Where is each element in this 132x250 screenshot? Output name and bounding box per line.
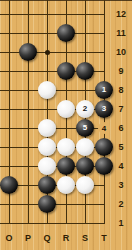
grid-line-row-12 (0, 14, 105, 15)
row-coordinate-label-5: 5 (108, 141, 132, 153)
stone-white-Q8 (38, 81, 56, 99)
stone-black-P10 (19, 43, 37, 61)
row-coordinate-label-6: 6 (108, 122, 132, 134)
move-number-label: 3 (102, 105, 106, 113)
stone-black-S4 (76, 157, 94, 175)
stone-black-Q2 (38, 195, 56, 213)
grid-line-col-P (28, 0, 29, 224)
row-coordinate-label-7: 7 (108, 103, 132, 115)
row-coordinate-label-3: 3 (108, 179, 132, 191)
stone-black-O3 (0, 176, 18, 194)
stone-white-S5 (76, 138, 94, 156)
row-coordinate-label-10: 10 (108, 46, 132, 58)
stone-white-R7 (57, 100, 75, 118)
column-coordinate-label-P: P (21, 232, 35, 244)
row-coordinate-label-2: 2 (108, 198, 132, 210)
stone-black-Q3 (38, 176, 56, 194)
stone-black-R4 (57, 157, 75, 175)
stone-white-Q5 (38, 138, 56, 156)
move-number-label: 1 (102, 86, 106, 94)
grid-line-row-10 (0, 52, 105, 53)
stone-black-S9 (76, 62, 94, 80)
grid-line-row-11 (0, 33, 105, 34)
row-coordinate-label-1: 1 (108, 217, 132, 229)
move-number-label: 2 (83, 105, 87, 113)
stone-white-S3 (76, 176, 94, 194)
stone-white-S7: 2 (76, 100, 94, 118)
stone-black-R9 (57, 62, 75, 80)
column-coordinate-label-T: T (97, 232, 111, 244)
row-coordinate-label-11: 11 (108, 27, 132, 39)
stone-white-R5 (57, 138, 75, 156)
row-coordinate-label-4: 4 (108, 160, 132, 172)
stone-black-S6: 5 (76, 119, 94, 137)
row-coordinate-label-9: 9 (108, 65, 132, 77)
column-coordinate-label-S: S (78, 232, 92, 244)
row-coordinate-label-12: 12 (108, 8, 132, 20)
star-point (45, 50, 50, 55)
stone-white-Q4 (38, 157, 56, 175)
stone-white-Q6 (38, 119, 56, 137)
stone-black-R11 (57, 24, 75, 42)
move-number-label: 5 (83, 124, 87, 132)
grid-line-row-1 (0, 223, 105, 224)
column-coordinate-label-R: R (59, 232, 73, 244)
column-coordinate-label-Q: Q (40, 232, 54, 244)
row-coordinate-label-8: 8 (108, 84, 132, 96)
stone-white-R3 (57, 176, 75, 194)
go-diagram: 12354121110987654321OPQRST (0, 0, 132, 250)
column-coordinate-label-O: O (2, 232, 16, 244)
